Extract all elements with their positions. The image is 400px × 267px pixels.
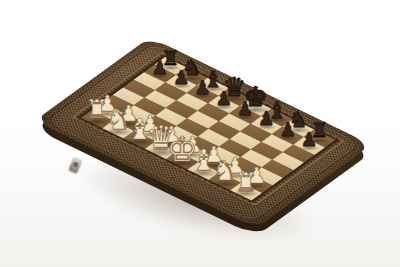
product-photo: ♜♞♝♛♚♝♞♜♟♟♟♟♟♟♟♟♟♟♟♟♟♟♟♟♜♞♝♛♚♝♞♜ (0, 0, 400, 267)
